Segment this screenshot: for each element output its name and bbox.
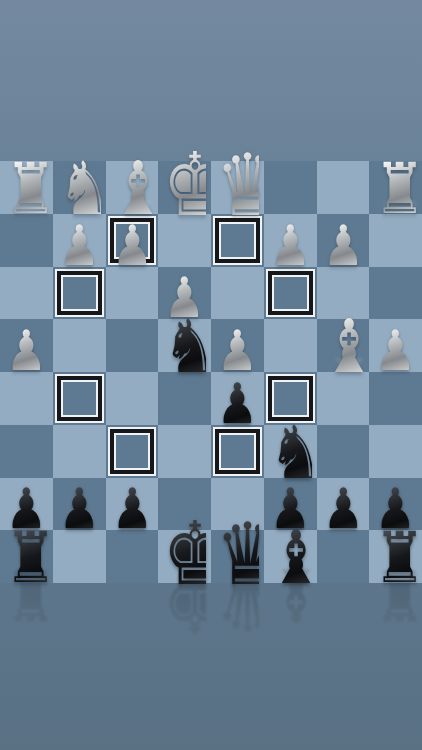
- white-pawn[interactable]: ♟: [321, 218, 364, 274]
- square-d1[interactable]: ♛♛: [211, 161, 264, 214]
- white-pawn[interactable]: ♟: [5, 323, 48, 379]
- white-king[interactable]: ♚: [163, 141, 206, 229]
- square-h6[interactable]: [0, 425, 53, 478]
- black-bishop[interactable]: ♝: [268, 520, 311, 594]
- square-d8[interactable]: ♛♛: [211, 530, 264, 583]
- white-rook[interactable]: ♜: [5, 154, 48, 224]
- square-c4[interactable]: [264, 319, 317, 372]
- square-h3[interactable]: [0, 267, 53, 320]
- square-c2[interactable]: ♟♟: [264, 214, 317, 267]
- square-b4[interactable]: ♝♝: [317, 319, 370, 372]
- square-b7[interactable]: ♟♟: [317, 478, 370, 531]
- square-f5[interactable]: [106, 372, 159, 425]
- square-a8[interactable]: ♜♜: [369, 530, 422, 583]
- square-h8[interactable]: ♜♜: [0, 530, 53, 583]
- square-b1[interactable]: [317, 161, 370, 214]
- white-pawn[interactable]: ♟: [374, 323, 417, 379]
- square-e4[interactable]: ♞♞: [158, 319, 211, 372]
- black-pawn[interactable]: ♟: [110, 481, 153, 537]
- square-e8[interactable]: ♚♚: [158, 530, 211, 583]
- square-a6[interactable]: [369, 425, 422, 478]
- black-rook[interactable]: ♜: [5, 523, 48, 593]
- black-pawn[interactable]: ♟: [321, 481, 364, 537]
- square-h4[interactable]: ♟♟: [0, 319, 53, 372]
- square-d4[interactable]: ♟♟: [211, 319, 264, 372]
- white-pawn[interactable]: ♟: [57, 218, 100, 274]
- white-pawn[interactable]: ♟: [110, 218, 153, 274]
- black-pawn[interactable]: ♟: [57, 481, 100, 537]
- square-e6[interactable]: [158, 425, 211, 478]
- square-a1[interactable]: ♜♜: [369, 161, 422, 214]
- legal-move-indicator-g5: [55, 374, 104, 423]
- square-c8[interactable]: ♝♝: [264, 530, 317, 583]
- square-g7[interactable]: ♟♟: [53, 478, 106, 531]
- chess-board: ♜♜♞♞♝♝♚♚♛♛♜♜♟♟♟♟♟♟♟♟♟♟♟♟♞♞♟♟♝♝♟♟♟♟♞♞♟♟♟♟…: [0, 161, 422, 583]
- square-f6[interactable]: [106, 425, 159, 478]
- square-g6[interactable]: [53, 425, 106, 478]
- square-a4[interactable]: ♟♟: [369, 319, 422, 372]
- square-f7[interactable]: ♟♟: [106, 478, 159, 531]
- black-rook[interactable]: ♜: [374, 523, 417, 593]
- square-f4[interactable]: [106, 319, 159, 372]
- square-f2[interactable]: ♟♟: [106, 214, 159, 267]
- white-rook[interactable]: ♜: [374, 154, 417, 224]
- square-f1[interactable]: ♝♝: [106, 161, 159, 214]
- black-king[interactable]: ♚: [163, 510, 206, 598]
- square-h1[interactable]: ♜♜: [0, 161, 53, 214]
- square-b6[interactable]: [317, 425, 370, 478]
- legal-move-indicator-f6: [108, 427, 157, 476]
- square-a3[interactable]: [369, 267, 422, 320]
- square-g2[interactable]: ♟♟: [53, 214, 106, 267]
- white-bishop[interactable]: ♝: [321, 309, 364, 383]
- square-g1[interactable]: ♞♞: [53, 161, 106, 214]
- square-e1[interactable]: ♚♚: [158, 161, 211, 214]
- black-knight[interactable]: ♞: [163, 309, 206, 383]
- square-c6[interactable]: ♞♞: [264, 425, 317, 478]
- white-pawn[interactable]: ♟: [268, 218, 311, 274]
- app-background: ♜♜♞♞♝♝♚♚♛♛♜♜♟♟♟♟♟♟♟♟♟♟♟♟♞♞♟♟♝♝♟♟♟♟♞♞♟♟♟♟…: [0, 0, 422, 750]
- square-d3[interactable]: [211, 267, 264, 320]
- white-queen[interactable]: ♛: [216, 142, 259, 228]
- black-queen[interactable]: ♛: [216, 511, 259, 597]
- square-g4[interactable]: [53, 319, 106, 372]
- square-b2[interactable]: ♟♟: [317, 214, 370, 267]
- square-d5[interactable]: ♟♟: [211, 372, 264, 425]
- square-g5[interactable]: [53, 372, 106, 425]
- black-pawn[interactable]: ♟: [216, 376, 259, 432]
